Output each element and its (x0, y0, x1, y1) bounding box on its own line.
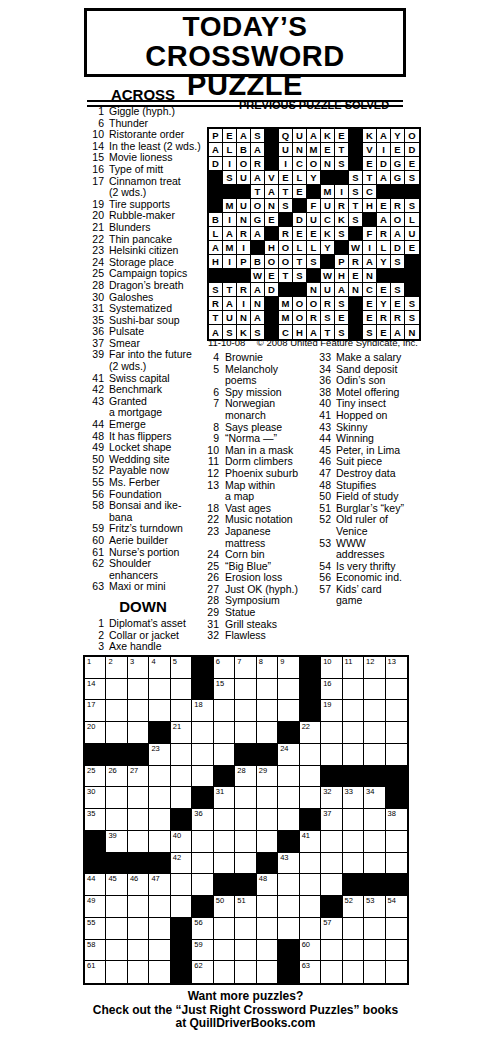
puzzle-cell[interactable]: 57 (321, 918, 342, 940)
puzzle-cell[interactable] (128, 831, 149, 853)
puzzle-cell[interactable] (214, 918, 235, 940)
puzzle-cell[interactable]: 48 (257, 874, 278, 896)
puzzle-cell[interactable] (321, 961, 342, 983)
puzzle-cell[interactable] (192, 722, 213, 744)
title-line1: TODAY’S (87, 12, 403, 42)
puzzle-cell[interactable] (192, 853, 213, 875)
solved-cell: B (209, 213, 223, 227)
puzzle-cell-black (343, 874, 364, 896)
puzzle-cell[interactable]: 52 (343, 896, 364, 918)
puzzle-cell[interactable] (364, 940, 385, 962)
solved-cell-black (209, 199, 223, 213)
solved-cell: O (237, 157, 251, 171)
puzzle-cell[interactable]: 63 (300, 961, 321, 983)
solved-cell: H (265, 241, 279, 255)
puzzle-cell[interactable]: 34 (364, 787, 385, 809)
solved-cell: S (223, 171, 237, 185)
puzzle-cell[interactable] (149, 700, 170, 722)
clue-text: Dragon’s breath (109, 280, 184, 292)
cell-number: 18 (194, 701, 202, 709)
clue-item: 31Systematized (84, 303, 207, 315)
puzzle-cell[interactable] (128, 896, 149, 918)
puzzle-cell[interactable]: 1 (85, 657, 106, 679)
puzzle-cell[interactable] (171, 744, 192, 766)
solved-cell: E (363, 311, 377, 325)
footer-line1: Want more puzzles? (0, 990, 491, 1004)
puzzle-cell[interactable] (343, 853, 364, 875)
puzzle-cell[interactable]: 58 (85, 940, 106, 962)
puzzle-cell[interactable] (257, 940, 278, 962)
puzzle-cell[interactable] (321, 744, 342, 766)
puzzle-cell[interactable] (257, 896, 278, 918)
puzzle-cell[interactable] (171, 700, 192, 722)
solved-cell: S (335, 297, 349, 311)
solved-cell: G (391, 157, 405, 171)
puzzle-cell[interactable]: 31 (214, 787, 235, 809)
puzzle-cell[interactable] (321, 874, 342, 896)
puzzle-cell[interactable]: 18 (192, 700, 213, 722)
puzzle-cell[interactable] (386, 722, 407, 744)
cell-number: 19 (323, 701, 331, 709)
clue-number: 33 (317, 352, 331, 364)
puzzle-cell[interactable]: 20 (85, 722, 106, 744)
clue-number: 3 (84, 641, 104, 653)
solved-cell-black (307, 269, 321, 283)
cell-number: 50 (216, 897, 224, 905)
puzzle-cell[interactable] (278, 700, 299, 722)
puzzle-cell[interactable] (321, 831, 342, 853)
puzzle-cell[interactable] (235, 809, 256, 831)
puzzle-cell[interactable] (106, 940, 127, 962)
clue-number: 55 (84, 477, 104, 489)
puzzle-cell[interactable] (364, 809, 385, 831)
puzzle-cell[interactable] (192, 874, 213, 896)
puzzle-cell[interactable] (386, 679, 407, 701)
puzzle-cell[interactable] (364, 700, 385, 722)
solved-cell: N (321, 157, 335, 171)
solved-cell: T (223, 283, 237, 297)
solved-cell: P (335, 255, 349, 269)
solved-cell: P (209, 129, 223, 143)
clue-text: Maxi or mini (109, 581, 166, 593)
puzzle-cell[interactable] (235, 700, 256, 722)
cell-number: 38 (388, 810, 396, 818)
puzzle-cell[interactable] (364, 831, 385, 853)
clue-item: 62Shoulder enhancers (84, 558, 207, 581)
puzzle-cell[interactable] (257, 961, 278, 983)
puzzle-cell[interactable] (128, 940, 149, 962)
puzzle-cell[interactable] (128, 787, 149, 809)
clue-item: 5Melancholy poems (204, 364, 304, 387)
puzzle-cell[interactable] (235, 787, 256, 809)
puzzle-cell[interactable] (343, 831, 364, 853)
puzzle-cell[interactable] (300, 766, 321, 788)
solved-cell: A (251, 283, 265, 297)
puzzle-cell[interactable] (235, 940, 256, 962)
puzzle-cell[interactable] (300, 918, 321, 940)
puzzle-cell[interactable] (214, 831, 235, 853)
puzzle-cell[interactable]: 9 (278, 657, 299, 679)
solved-cell: U (307, 213, 321, 227)
puzzle-cell[interactable] (278, 766, 299, 788)
puzzle-cell[interactable] (386, 744, 407, 766)
puzzle-cell[interactable]: 30 (85, 787, 106, 809)
solved-cell: L (209, 227, 223, 241)
puzzle-cell[interactable] (149, 679, 170, 701)
solved-cell: R (237, 283, 251, 297)
puzzle-cell[interactable] (214, 809, 235, 831)
solved-cell: H (335, 269, 349, 283)
puzzle-cell[interactable] (343, 940, 364, 962)
cell-number: 22 (302, 723, 310, 731)
cell-number: 60 (302, 941, 310, 949)
puzzle-cell[interactable]: 25 (85, 766, 106, 788)
puzzle-cell[interactable] (257, 787, 278, 809)
puzzle-cell[interactable] (257, 918, 278, 940)
puzzle-cell[interactable] (364, 722, 385, 744)
puzzle-cell[interactable] (106, 918, 127, 940)
puzzle-cell[interactable]: 59 (192, 940, 213, 962)
solved-cell: E (293, 227, 307, 241)
puzzle-cell[interactable] (300, 896, 321, 918)
solved-cell: O (405, 129, 419, 143)
puzzle-cell[interactable]: 60 (300, 940, 321, 962)
clue-item: 7Norwegian monarch (204, 398, 304, 421)
puzzle-cell[interactable] (106, 679, 127, 701)
puzzle-cell[interactable]: 45 (106, 874, 127, 896)
clue-number: 9 (204, 433, 219, 445)
puzzle-cell[interactable] (386, 940, 407, 962)
cell-number: 5 (173, 658, 177, 666)
puzzle-cell[interactable]: 49 (85, 896, 106, 918)
puzzle-cell[interactable] (149, 787, 170, 809)
puzzle-cell[interactable] (364, 961, 385, 983)
puzzle-cell[interactable]: 37 (321, 809, 342, 831)
puzzle-cell[interactable] (300, 744, 321, 766)
puzzle-cell[interactable] (364, 853, 385, 875)
puzzle-cell[interactable]: 42 (171, 853, 192, 875)
puzzle-cell[interactable]: 54 (386, 896, 407, 918)
solved-cell-black (265, 297, 279, 311)
puzzle-cell[interactable] (214, 744, 235, 766)
puzzle-cell[interactable] (106, 700, 127, 722)
solved-cell: E (265, 213, 279, 227)
puzzle-cell[interactable]: 62 (192, 961, 213, 983)
puzzle-cell[interactable] (106, 787, 127, 809)
clue-text: Winning (336, 433, 374, 445)
puzzle-cell[interactable] (214, 700, 235, 722)
clue-number: 43 (84, 396, 104, 419)
puzzle-cell[interactable] (235, 918, 256, 940)
solved-cell: I (223, 157, 237, 171)
solved-cell: A (265, 185, 279, 199)
puzzle-cell[interactable] (386, 700, 407, 722)
puzzle-cell[interactable] (257, 831, 278, 853)
puzzle-cell[interactable]: 53 (364, 896, 385, 918)
puzzle-cell[interactable] (235, 853, 256, 875)
puzzle-cell[interactable] (278, 787, 299, 809)
puzzle-cell[interactable]: 3 (128, 657, 149, 679)
puzzle-cell[interactable] (321, 853, 342, 875)
puzzle-cell[interactable] (235, 961, 256, 983)
puzzle-cell[interactable] (128, 722, 149, 744)
solved-cell: I (223, 255, 237, 269)
puzzle-cell[interactable] (386, 961, 407, 983)
puzzle-cell[interactable] (128, 679, 149, 701)
puzzle-cell[interactable] (149, 809, 170, 831)
puzzle-cell[interactable] (343, 918, 364, 940)
puzzle-cell-black (192, 657, 213, 679)
cell-number: 21 (173, 723, 181, 731)
puzzle-cell[interactable] (257, 809, 278, 831)
clue-number: 1 (84, 106, 104, 118)
puzzle-cell[interactable] (321, 722, 342, 744)
puzzle-cell[interactable] (171, 679, 192, 701)
clue-text: Shoulder enhancers (109, 558, 158, 581)
puzzle-cell[interactable]: 17 (85, 700, 106, 722)
puzzle-cell[interactable]: 40 (171, 831, 192, 853)
clue-item: 1Diplomat’s asset (84, 618, 207, 630)
clue-number: 16 (84, 164, 104, 176)
puzzle-cell[interactable]: 24 (278, 744, 299, 766)
puzzle-cell[interactable]: 26 (106, 766, 127, 788)
puzzle-cell[interactable]: 22 (300, 722, 321, 744)
solved-cell: E (363, 157, 377, 171)
puzzle-cell[interactable] (386, 831, 407, 853)
puzzle-cell[interactable] (149, 918, 170, 940)
solved-cell: M (223, 241, 237, 255)
puzzle-cell-black (171, 918, 192, 940)
puzzle-cell-black (192, 679, 213, 701)
puzzle-cell[interactable]: 4 (149, 657, 170, 679)
puzzle-cell[interactable]: 56 (192, 918, 213, 940)
puzzle-cell[interactable] (343, 809, 364, 831)
puzzle-cell[interactable] (343, 961, 364, 983)
puzzle-cell[interactable] (214, 940, 235, 962)
puzzle-cell[interactable]: 10 (321, 657, 342, 679)
puzzle-cell[interactable] (364, 918, 385, 940)
solved-cell: O (293, 297, 307, 311)
puzzle-cell[interactable] (214, 853, 235, 875)
cell-number: 20 (87, 723, 95, 731)
puzzle-grid: 1234567891011121314151617181920212223242… (83, 655, 409, 985)
puzzle-cell-black (257, 744, 278, 766)
solved-cell: T (279, 185, 293, 199)
solved-cell-black (377, 185, 391, 199)
puzzle-cell[interactable]: 14 (85, 679, 106, 701)
solved-cell: F (363, 227, 377, 241)
puzzle-cell[interactable] (235, 679, 256, 701)
puzzle-cell[interactable] (386, 853, 407, 875)
solved-cell: I (237, 241, 251, 255)
puzzle-cell[interactable]: 33 (343, 787, 364, 809)
puzzle-cell[interactable] (149, 831, 170, 853)
puzzle-cell[interactable]: 28 (235, 766, 256, 788)
puzzle-cell[interactable] (257, 722, 278, 744)
puzzle-cell[interactable]: 38 (386, 809, 407, 831)
solved-cell: I (223, 213, 237, 227)
puzzle-cell-black (171, 809, 192, 831)
puzzle-cell[interactable] (343, 700, 364, 722)
puzzle-cell[interactable] (278, 809, 299, 831)
puzzle-cell[interactable] (192, 766, 213, 788)
puzzle-cell[interactable]: 39 (106, 831, 127, 853)
puzzle-cell[interactable]: 27 (128, 766, 149, 788)
clue-number: 52 (317, 514, 331, 537)
puzzle-cell[interactable] (149, 766, 170, 788)
puzzle-cell[interactable] (128, 961, 149, 983)
puzzle-cell[interactable] (214, 722, 235, 744)
clue-number: 32 (204, 630, 219, 642)
puzzle-cell[interactable] (171, 896, 192, 918)
puzzle-cell[interactable] (300, 853, 321, 875)
puzzle-cell[interactable]: 5 (171, 657, 192, 679)
puzzle-cell[interactable]: 19 (321, 700, 342, 722)
puzzle-cell[interactable]: 11 (343, 657, 364, 679)
clue-item: 52Old ruler of Venice (317, 514, 417, 537)
clue-text: Type of mitt (109, 164, 163, 176)
solved-cell: S (279, 199, 293, 213)
solved-cell: L (293, 171, 307, 185)
clue-item: 23Helsinki citizen (84, 245, 207, 257)
puzzle-cell[interactable] (278, 896, 299, 918)
clue-item: 55Ms. Ferber (84, 477, 207, 489)
puzzle-cell[interactable]: 16 (321, 679, 342, 701)
puzzle-cell[interactable]: 23 (149, 744, 170, 766)
puzzle-cell[interactable] (364, 744, 385, 766)
solved-cell-black (265, 129, 279, 143)
down-header: DOWN (84, 598, 202, 615)
solved-cell: S (349, 213, 363, 227)
solved-cell: R (391, 199, 405, 213)
puzzle-cell[interactable] (343, 722, 364, 744)
puzzle-cell[interactable]: 21 (171, 722, 192, 744)
solved-cell: I (237, 297, 251, 311)
puzzle-cell[interactable] (149, 961, 170, 983)
puzzle-cell[interactable] (235, 722, 256, 744)
puzzle-cell[interactable]: 32 (321, 787, 342, 809)
copyright-text: © 2008 United Feature Syndicate, Inc. (257, 337, 418, 348)
puzzle-cell-black (300, 657, 321, 679)
puzzle-cell[interactable]: 36 (192, 809, 213, 831)
puzzle-cell[interactable] (128, 918, 149, 940)
puzzle-cell[interactable] (235, 831, 256, 853)
puzzle-cell[interactable] (278, 679, 299, 701)
puzzle-cell[interactable] (171, 766, 192, 788)
solved-cell: O (279, 255, 293, 269)
clue-text: Old ruler of Venice (336, 514, 388, 537)
puzzle-cell[interactable] (192, 831, 213, 853)
solved-cell-black (391, 269, 405, 283)
puzzle-cell[interactable] (128, 809, 149, 831)
puzzle-cell[interactable] (321, 940, 342, 962)
solved-cell: R (251, 157, 265, 171)
puzzle-cell[interactable] (171, 787, 192, 809)
puzzle-cell[interactable] (300, 874, 321, 896)
puzzle-cell[interactable] (171, 874, 192, 896)
solved-cell: E (321, 143, 335, 157)
puzzle-cell[interactable]: 7 (235, 657, 256, 679)
puzzle-cell[interactable] (214, 961, 235, 983)
puzzle-cell[interactable] (106, 896, 127, 918)
puzzle-cell[interactable] (364, 679, 385, 701)
puzzle-cell[interactable] (257, 700, 278, 722)
puzzle-cell[interactable] (106, 722, 127, 744)
puzzle-cell-black (128, 853, 149, 875)
puzzle-cell-black (214, 766, 235, 788)
cell-number: 33 (345, 788, 353, 796)
puzzle-cell[interactable] (192, 744, 213, 766)
solved-cell: S (349, 185, 363, 199)
puzzle-cell[interactable] (278, 874, 299, 896)
puzzle-cell[interactable] (149, 896, 170, 918)
cell-number: 41 (302, 832, 310, 840)
puzzle-cell[interactable] (106, 961, 127, 983)
solved-cell: T (349, 199, 363, 213)
cell-number: 11 (345, 658, 353, 666)
puzzle-cell[interactable]: 46 (128, 874, 149, 896)
solved-cell: C (363, 283, 377, 297)
solved-cell: E (405, 157, 419, 171)
puzzle-cell[interactable]: 2 (106, 657, 127, 679)
clue-item: 12Phoenix suburb (204, 468, 304, 480)
puzzle-cell[interactable] (343, 679, 364, 701)
solved-cell: T (279, 269, 293, 283)
puzzle-cell[interactable] (386, 918, 407, 940)
puzzle-cell[interactable]: 6 (214, 657, 235, 679)
puzzle-cell[interactable]: 13 (386, 657, 407, 679)
solved-cell: A (363, 255, 377, 269)
crossword-page: TODAY’S CROSSWORD PUZZLE ACROSS 1Giggle … (0, 0, 491, 1040)
puzzle-cell[interactable]: 61 (85, 961, 106, 983)
puzzle-cell[interactable]: 35 (85, 809, 106, 831)
solved-cell: C (293, 157, 307, 171)
puzzle-cell[interactable]: 12 (364, 657, 385, 679)
puzzle-cell[interactable] (106, 809, 127, 831)
puzzle-cell[interactable]: 47 (149, 874, 170, 896)
puzzle-cell[interactable]: 15 (214, 679, 235, 701)
puzzle-cell[interactable] (257, 679, 278, 701)
previous-puzzle-header: PREVIOUS PUZZLE SOLVED (207, 99, 421, 111)
puzzle-cell[interactable] (128, 700, 149, 722)
puzzle-cell[interactable]: 43 (278, 853, 299, 875)
puzzle-cell[interactable] (278, 918, 299, 940)
puzzle-cell[interactable]: 29 (257, 766, 278, 788)
clue-number: 60 (84, 535, 104, 547)
puzzle-cell[interactable] (300, 787, 321, 809)
puzzle-cell-black (343, 766, 364, 788)
clue-text: Norwegian monarch (225, 398, 275, 421)
clue-text: WWW addresses (336, 538, 384, 561)
solved-cell-black (251, 241, 265, 255)
clue-text: “Norma —” (225, 433, 277, 445)
puzzle-cell[interactable]: 55 (85, 918, 106, 940)
puzzle-cell[interactable]: 44 (85, 874, 106, 896)
puzzle-cell[interactable]: 51 (235, 896, 256, 918)
puzzle-cell-black (257, 853, 278, 875)
clue-item: 58Bonsai and ike- bana (84, 500, 207, 523)
puzzle-cell[interactable]: 41 (300, 831, 321, 853)
puzzle-cell[interactable] (149, 940, 170, 962)
puzzle-cell[interactable]: 8 (257, 657, 278, 679)
solved-cell: E (377, 199, 391, 213)
solved-cell: R (335, 199, 349, 213)
solved-cell: S (349, 171, 363, 185)
puzzle-cell[interactable]: 50 (214, 896, 235, 918)
solved-cell: D (265, 283, 279, 297)
puzzle-cell[interactable] (343, 744, 364, 766)
clue-item: 3Axe handle (84, 641, 207, 653)
